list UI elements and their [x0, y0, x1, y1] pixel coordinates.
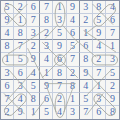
sudoku-cell[interactable]: 8 [27, 93, 40, 106]
sudoku-cell[interactable]: 1 [1, 53, 14, 66]
sudoku-cell[interactable]: 4 [67, 14, 80, 27]
sudoku-cell[interactable]: 7 [106, 27, 119, 40]
sudoku-cell[interactable]: 7 [67, 53, 80, 66]
sudoku-grid: 5267193849178342564832561978723956411594… [1, 1, 119, 119]
sudoku-cell[interactable]: 7 [93, 67, 106, 80]
sudoku-cell[interactable]: 3 [67, 106, 80, 119]
sudoku-cell[interactable]: 4 [27, 67, 40, 80]
sudoku-cell[interactable]: 4 [14, 93, 27, 106]
sudoku-cell[interactable]: 2 [40, 27, 53, 40]
sudoku-cell[interactable]: 9 [67, 1, 80, 14]
sudoku-cell[interactable]: 4 [93, 40, 106, 53]
sudoku-cell[interactable]: 6 [40, 93, 53, 106]
sudoku-board: 5267193849178342564832561978723956411594… [0, 0, 120, 120]
sudoku-cell[interactable]: 8 [14, 27, 27, 40]
sudoku-cell[interactable]: 1 [53, 1, 66, 14]
sudoku-cell[interactable]: 5 [53, 27, 66, 40]
sudoku-cell[interactable]: 6 [106, 14, 119, 27]
sudoku-cell[interactable]: 7 [40, 1, 53, 14]
sudoku-cell[interactable]: 3 [27, 27, 40, 40]
sudoku-cell[interactable]: 7 [80, 106, 93, 119]
sudoku-cell[interactable]: 9 [40, 80, 53, 93]
sudoku-cell[interactable]: 6 [27, 1, 40, 14]
sudoku-cell[interactable]: 4 [1, 27, 14, 40]
sudoku-cell[interactable]: 9 [53, 40, 66, 53]
sudoku-cell[interactable]: 8 [80, 53, 93, 66]
sudoku-cell[interactable]: 3 [14, 80, 27, 93]
sudoku-cell[interactable]: 3 [106, 53, 119, 66]
sudoku-cell[interactable]: 1 [93, 80, 106, 93]
sudoku-cell[interactable]: 5 [80, 93, 93, 106]
sudoku-cell[interactable]: 6 [1, 80, 14, 93]
sudoku-cell[interactable]: 4 [53, 106, 66, 119]
sudoku-cell[interactable]: 2 [93, 53, 106, 66]
sudoku-cell[interactable]: 8 [1, 40, 14, 53]
sudoku-cell[interactable]: 6 [80, 40, 93, 53]
sudoku-cell[interactable]: 9 [80, 67, 93, 80]
sudoku-cell[interactable]: 4 [40, 53, 53, 66]
sudoku-cell[interactable]: 3 [40, 40, 53, 53]
sudoku-cell[interactable]: 8 [53, 67, 66, 80]
sudoku-cell[interactable]: 1 [14, 14, 27, 27]
sudoku-cell[interactable]: 3 [80, 1, 93, 14]
sudoku-cell[interactable]: 5 [27, 80, 40, 93]
sudoku-cell[interactable]: 5 [14, 53, 27, 66]
sudoku-cell[interactable]: 2 [106, 80, 119, 93]
sudoku-cell[interactable]: 7 [27, 14, 40, 27]
sudoku-cell[interactable]: 1 [106, 40, 119, 53]
sudoku-cell[interactable]: 8 [93, 1, 106, 14]
sudoku-cell[interactable]: 6 [67, 27, 80, 40]
sudoku-cell[interactable]: 1 [27, 106, 40, 119]
sudoku-cell[interactable]: 9 [106, 93, 119, 106]
sudoku-cell[interactable]: 2 [14, 1, 27, 14]
sudoku-cell[interactable]: 3 [53, 14, 66, 27]
sudoku-cell[interactable]: 1 [40, 67, 53, 80]
sudoku-cell[interactable]: 9 [27, 53, 40, 66]
sudoku-cell[interactable]: 5 [106, 67, 119, 80]
sudoku-cell[interactable]: 1 [67, 93, 80, 106]
sudoku-cell[interactable]: 8 [40, 14, 53, 27]
sudoku-cell[interactable]: 8 [106, 106, 119, 119]
sudoku-cell[interactable]: 2 [53, 93, 66, 106]
sudoku-cell[interactable]: 6 [14, 67, 27, 80]
sudoku-cell[interactable]: 9 [93, 27, 106, 40]
sudoku-cell[interactable]: 2 [27, 40, 40, 53]
sudoku-cell[interactable]: 5 [93, 14, 106, 27]
sudoku-cell[interactable]: 7 [53, 80, 66, 93]
sudoku-cell[interactable]: 9 [1, 14, 14, 27]
sudoku-cell[interactable]: 3 [1, 67, 14, 80]
sudoku-cell[interactable]: 4 [106, 1, 119, 14]
sudoku-cell[interactable]: 6 [93, 106, 106, 119]
sudoku-cell[interactable]: 7 [1, 93, 14, 106]
sudoku-cell[interactable]: 5 [67, 40, 80, 53]
sudoku-cell[interactable]: 9 [14, 106, 27, 119]
sudoku-cell[interactable]: 2 [1, 106, 14, 119]
sudoku-cell[interactable]: 4 [80, 80, 93, 93]
sudoku-cell[interactable]: 2 [80, 14, 93, 27]
sudoku-cell[interactable]: 7 [14, 40, 27, 53]
sudoku-cell[interactable]: 8 [67, 80, 80, 93]
sudoku-cell[interactable]: 1 [80, 27, 93, 40]
sudoku-cell[interactable]: 3 [93, 93, 106, 106]
sudoku-cell[interactable]: 6 [53, 53, 66, 66]
sudoku-cell[interactable]: 2 [67, 67, 80, 80]
sudoku-cell[interactable]: 5 [1, 1, 14, 14]
sudoku-cell[interactable]: 5 [40, 106, 53, 119]
